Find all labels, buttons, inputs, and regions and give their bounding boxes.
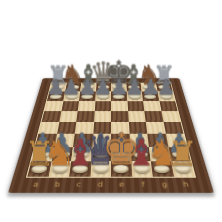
piece-black-pawn[interactable]: ♟ — [157, 76, 176, 98]
board-squares: ♜♞♝♛♚♝♞♜♟♟♟♟♟♟♟♟♟♟♟♟♟♟♟♟♜♞♝♛♚♝♞♜ — [27, 83, 194, 177]
square-a6[interactable] — [44, 101, 63, 111]
file-label-b: b — [46, 182, 69, 189]
square-f6[interactable] — [127, 101, 144, 111]
board-inlay-frame: ♜♞♝♛♚♝♞♜♟♟♟♟♟♟♟♟♟♟♟♟♟♟♟♟♜♞♝♛♚♝♞♜ — [26, 83, 196, 178]
square-d5[interactable] — [94, 111, 111, 122]
square-g5[interactable] — [144, 111, 163, 122]
piece-white-rook[interactable]: ♜ — [168, 137, 199, 171]
square-h7[interactable]: ♟ — [157, 92, 175, 101]
square-g6[interactable] — [143, 101, 161, 111]
square-c6[interactable] — [78, 101, 95, 111]
file-label-d: d — [89, 182, 111, 189]
file-label-e: e — [111, 182, 133, 189]
square-b5[interactable] — [59, 111, 78, 122]
file-label-c: c — [68, 182, 90, 189]
file-labels: a b c d e f g h — [24, 180, 199, 191]
square-d6[interactable] — [94, 101, 111, 111]
chess-board: ♜♞♝♛♚♝♞♜♟♟♟♟♟♟♟♟♟♟♟♟♟♟♟♟♜♞♝♛♚♝♞♜ a b c d… — [8, 78, 214, 192]
square-e6[interactable] — [111, 101, 128, 111]
square-f5[interactable] — [128, 111, 146, 122]
square-b6[interactable] — [61, 101, 79, 111]
file-label-a: a — [24, 182, 47, 189]
chess-set-photo: ♜♞♝♛♚♝♞♜♟♟♟♟♟♟♟♟♟♟♟♟♟♟♟♟♜♞♝♛♚♝♞♜ a b c d… — [0, 0, 222, 222]
square-h5[interactable] — [161, 111, 180, 122]
square-h1[interactable]: ♜ — [171, 161, 195, 177]
file-label-g: g — [153, 182, 176, 189]
file-label-h: h — [175, 182, 198, 189]
square-h6[interactable] — [159, 101, 178, 111]
square-e5[interactable] — [111, 111, 128, 122]
square-c5[interactable] — [76, 111, 94, 122]
board-perspective-wrap: ♜♞♝♛♚♝♞♜♟♟♟♟♟♟♟♟♟♟♟♟♟♟♟♟♜♞♝♛♚♝♞♜ a b c d… — [8, 78, 214, 192]
file-label-f: f — [132, 182, 154, 189]
